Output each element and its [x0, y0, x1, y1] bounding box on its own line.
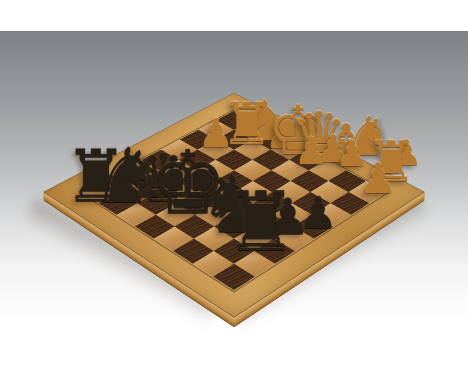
photo-stage: ♜♞♝♛♚♟♞♜♟♟♟♜♞♟♚♛♟♟♝♟♞♟♜♟: [0, 0, 468, 382]
pieces-layer: ♜♞♝♛♚♟♞♜♟♟♟♜♞♟♚♛♟♟♝♟♞♟♜♟: [0, 0, 468, 382]
black-rook-f8[interactable]: ♜: [224, 181, 298, 263]
white-pawn-d2[interactable]: ♟: [294, 132, 328, 170]
white-pawn-f3[interactable]: ♟: [359, 158, 397, 200]
